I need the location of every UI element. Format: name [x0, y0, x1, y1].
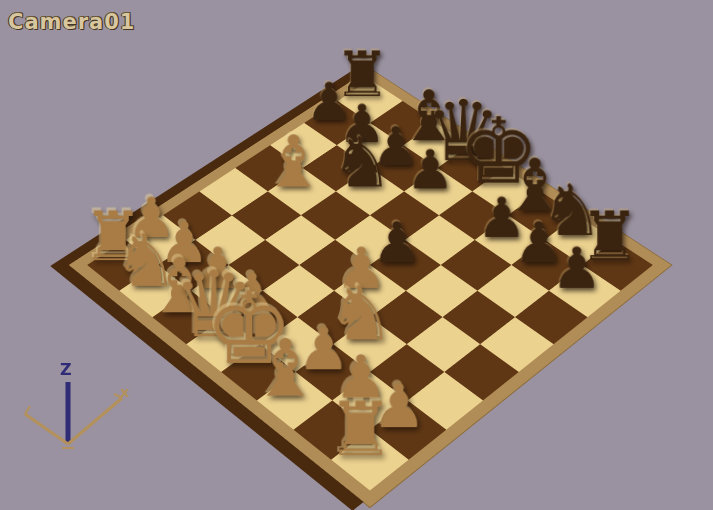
z-axis-label: Z: [60, 360, 72, 379]
black-pawn-h7[interactable]: ♟: [551, 240, 602, 297]
white-bishop-b5[interactable]: ♝: [261, 126, 325, 198]
white-rook-h1[interactable]: ♜: [327, 392, 394, 467]
chess-board-frame: ♜♝♛♚♝♞♜♟♟♟♟♟♟♟♞♝♟♟♞♟♟♟♟♟♟♟♜♞♝♛♚♝♜: [69, 69, 671, 507]
board: ♜♝♛♚♝♞♜♟♟♟♟♟♟♟♞♝♟♟♞♟♟♟♟♟♟♟♜♞♝♛♚♝♜: [87, 80, 653, 491]
axis-tripod-icon: [16, 352, 146, 462]
black-knight-c6[interactable]: ♞: [331, 127, 393, 197]
render-viewport[interactable]: Camera01 ♜♝♛♚♝♞♜♟♟♟♟♟♟♟♞♝♟♟♞♟♟♟♟♟♟♟♜♞♝♛♚…: [0, 0, 713, 510]
world-axis-gizmo: Z x: [16, 352, 146, 466]
x-axis-label: x: [120, 384, 129, 400]
white-bishop-f1[interactable]: ♝: [250, 328, 321, 407]
camera-label[interactable]: Camera01: [8, 10, 135, 34]
black-pawn-d7[interactable]: ♟: [406, 143, 455, 197]
